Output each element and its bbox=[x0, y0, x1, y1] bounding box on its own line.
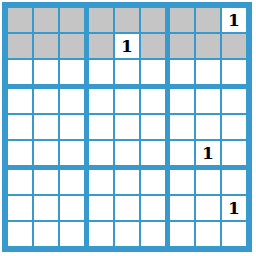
cell-r6c4[interactable] bbox=[89, 141, 113, 165]
cell-r2c2[interactable] bbox=[34, 34, 58, 58]
box-1-3: 1 bbox=[170, 8, 246, 84]
cell-r8c3[interactable] bbox=[60, 196, 84, 220]
cell-r3c1[interactable] bbox=[8, 60, 32, 84]
box-3-1 bbox=[8, 170, 84, 246]
cell-r4c1[interactable] bbox=[8, 89, 32, 113]
cell-r5c5[interactable] bbox=[115, 115, 139, 139]
box-2-2 bbox=[89, 89, 165, 165]
cell-r6c7[interactable] bbox=[170, 141, 194, 165]
cell-r7c8[interactable] bbox=[196, 170, 220, 194]
cell-r5c3[interactable] bbox=[60, 115, 84, 139]
cell-r3c3[interactable] bbox=[60, 60, 84, 84]
cell-r4c3[interactable] bbox=[60, 89, 84, 113]
cell-r2c9[interactable] bbox=[222, 34, 246, 58]
cell-r9c6[interactable] bbox=[141, 222, 165, 246]
cell-r7c9[interactable] bbox=[222, 170, 246, 194]
cell-r8c9[interactable]: 1 bbox=[222, 196, 246, 220]
cell-r7c5[interactable] bbox=[115, 170, 139, 194]
cell-r7c1[interactable] bbox=[8, 170, 32, 194]
sudoku-board: 1111 bbox=[2, 2, 252, 252]
box-3-2 bbox=[89, 170, 165, 246]
cell-r1c3[interactable] bbox=[60, 8, 84, 32]
cell-r5c1[interactable] bbox=[8, 115, 32, 139]
cell-r5c2[interactable] bbox=[34, 115, 58, 139]
cell-r3c7[interactable] bbox=[170, 60, 194, 84]
cell-r6c6[interactable] bbox=[141, 141, 165, 165]
box-2-3: 1 bbox=[170, 89, 246, 165]
cell-r3c5[interactable] bbox=[115, 60, 139, 84]
cell-r3c4[interactable] bbox=[89, 60, 113, 84]
cell-r3c9[interactable] bbox=[222, 60, 246, 84]
box-2-1 bbox=[8, 89, 84, 165]
cell-r3c2[interactable] bbox=[34, 60, 58, 84]
cell-r4c4[interactable] bbox=[89, 89, 113, 113]
cell-r9c4[interactable] bbox=[89, 222, 113, 246]
cell-r4c6[interactable] bbox=[141, 89, 165, 113]
cell-r9c9[interactable] bbox=[222, 222, 246, 246]
cell-r1c2[interactable] bbox=[34, 8, 58, 32]
cell-r6c2[interactable] bbox=[34, 141, 58, 165]
cell-r3c6[interactable] bbox=[141, 60, 165, 84]
cell-r5c6[interactable] bbox=[141, 115, 165, 139]
cell-r1c7[interactable] bbox=[170, 8, 194, 32]
cell-r1c9[interactable]: 1 bbox=[222, 8, 246, 32]
cell-r7c3[interactable] bbox=[60, 170, 84, 194]
cell-r8c8[interactable] bbox=[196, 196, 220, 220]
cell-r2c4[interactable] bbox=[89, 34, 113, 58]
cell-r4c7[interactable] bbox=[170, 89, 194, 113]
box-1-2: 1 bbox=[89, 8, 165, 84]
cell-r1c5[interactable] bbox=[115, 8, 139, 32]
cell-r8c2[interactable] bbox=[34, 196, 58, 220]
cell-r6c5[interactable] bbox=[115, 141, 139, 165]
cell-r7c4[interactable] bbox=[89, 170, 113, 194]
cell-r2c8[interactable] bbox=[196, 34, 220, 58]
cell-r5c4[interactable] bbox=[89, 115, 113, 139]
cell-r2c6[interactable] bbox=[141, 34, 165, 58]
cell-r7c6[interactable] bbox=[141, 170, 165, 194]
cell-r9c1[interactable] bbox=[8, 222, 32, 246]
cell-r1c1[interactable] bbox=[8, 8, 32, 32]
cell-r9c3[interactable] bbox=[60, 222, 84, 246]
cell-r5c8[interactable] bbox=[196, 115, 220, 139]
cell-r4c5[interactable] bbox=[115, 89, 139, 113]
box-3-3: 1 bbox=[170, 170, 246, 246]
cell-r1c6[interactable] bbox=[141, 8, 165, 32]
cell-r2c3[interactable] bbox=[60, 34, 84, 58]
cell-r5c7[interactable] bbox=[170, 115, 194, 139]
cell-r4c9[interactable] bbox=[222, 89, 246, 113]
cell-r9c7[interactable] bbox=[170, 222, 194, 246]
box-1-1 bbox=[8, 8, 84, 84]
cell-r6c3[interactable] bbox=[60, 141, 84, 165]
cell-r2c1[interactable] bbox=[8, 34, 32, 58]
cell-r8c5[interactable] bbox=[115, 196, 139, 220]
cell-r9c8[interactable] bbox=[196, 222, 220, 246]
cell-r6c9[interactable] bbox=[222, 141, 246, 165]
cell-r4c2[interactable] bbox=[34, 89, 58, 113]
cell-r2c5[interactable]: 1 bbox=[115, 34, 139, 58]
cell-r5c9[interactable] bbox=[222, 115, 246, 139]
cell-r6c1[interactable] bbox=[8, 141, 32, 165]
cell-r4c8[interactable] bbox=[196, 89, 220, 113]
cell-r7c2[interactable] bbox=[34, 170, 58, 194]
cell-r8c7[interactable] bbox=[170, 196, 194, 220]
cell-r1c8[interactable] bbox=[196, 8, 220, 32]
cell-r7c7[interactable] bbox=[170, 170, 194, 194]
cell-r9c5[interactable] bbox=[115, 222, 139, 246]
cell-r8c4[interactable] bbox=[89, 196, 113, 220]
cell-r8c1[interactable] bbox=[8, 196, 32, 220]
cell-r9c2[interactable] bbox=[34, 222, 58, 246]
cell-r3c8[interactable] bbox=[196, 60, 220, 84]
cell-r8c6[interactable] bbox=[141, 196, 165, 220]
cell-r2c7[interactable] bbox=[170, 34, 194, 58]
cell-r1c4[interactable] bbox=[89, 8, 113, 32]
cell-r6c8[interactable]: 1 bbox=[196, 141, 220, 165]
